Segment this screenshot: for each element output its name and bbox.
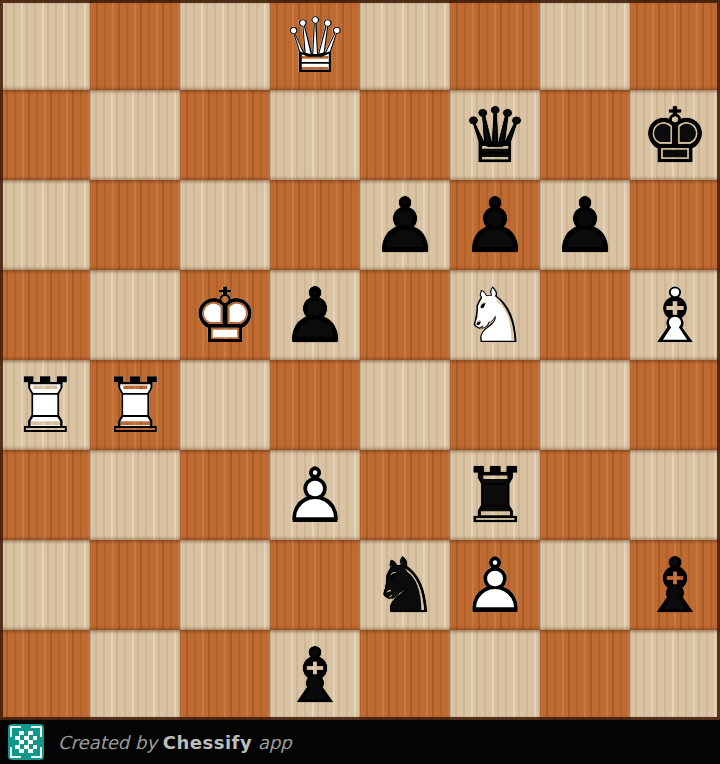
black-pawn-outline: ♙: [540, 180, 630, 270]
square-e8[interactable]: [360, 0, 450, 90]
square-f6[interactable]: ♟♙: [450, 180, 540, 270]
square-c7[interactable]: [180, 90, 270, 180]
square-f2[interactable]: ♟♙: [450, 540, 540, 630]
chess-board: ♛♕♛♕♚♔♟♙♟♙♟♙♚♔♟♙♞♘♝♗♜♖♜♖♟♙♜♖♞♘♟♙♝♗♝♗: [0, 0, 720, 720]
square-d8[interactable]: ♛♕: [270, 0, 360, 90]
square-g4[interactable]: [540, 360, 630, 450]
square-b5[interactable]: [90, 270, 180, 360]
square-d1[interactable]: ♝♗: [270, 630, 360, 720]
square-h8[interactable]: [630, 0, 720, 90]
white-rook-outline: ♖: [0, 360, 90, 450]
square-a6[interactable]: [0, 180, 90, 270]
square-g7[interactable]: [540, 90, 630, 180]
square-a3[interactable]: [0, 450, 90, 540]
square-a1[interactable]: [0, 630, 90, 720]
square-c5[interactable]: ♚♔: [180, 270, 270, 360]
black-knight-outline: ♘: [360, 540, 450, 630]
square-b7[interactable]: [90, 90, 180, 180]
square-h2[interactable]: ♝♗: [630, 540, 720, 630]
bracket-corner-icon: [10, 747, 21, 758]
square-c6[interactable]: [180, 180, 270, 270]
square-b1[interactable]: [90, 630, 180, 720]
brand-name: Chessify: [163, 732, 252, 753]
white-rook-outline: ♖: [90, 360, 180, 450]
white-pawn-outline: ♙: [270, 450, 360, 540]
black-queen-outline: ♕: [450, 90, 540, 180]
square-h5[interactable]: ♝♗: [630, 270, 720, 360]
white-pawn-outline: ♙: [450, 540, 540, 630]
square-d5[interactable]: ♟♙: [270, 270, 360, 360]
square-g3[interactable]: [540, 450, 630, 540]
white-bishop-outline: ♗: [630, 270, 720, 360]
square-b3[interactable]: [90, 450, 180, 540]
square-e6[interactable]: ♟♙: [360, 180, 450, 270]
square-g5[interactable]: [540, 270, 630, 360]
square-c3[interactable]: [180, 450, 270, 540]
square-b6[interactable]: [90, 180, 180, 270]
square-h4[interactable]: [630, 360, 720, 450]
square-c4[interactable]: [180, 360, 270, 450]
square-b2[interactable]: [90, 540, 180, 630]
black-rook-outline: ♖: [450, 450, 540, 540]
white-king-outline: ♔: [180, 270, 270, 360]
square-a5[interactable]: [0, 270, 90, 360]
square-d6[interactable]: [270, 180, 360, 270]
square-f3[interactable]: ♜♖: [450, 450, 540, 540]
white-knight-outline: ♘: [450, 270, 540, 360]
square-f8[interactable]: [450, 0, 540, 90]
app-label: app: [252, 732, 292, 753]
black-bishop-outline: ♗: [630, 540, 720, 630]
square-d3[interactable]: ♟♙: [270, 450, 360, 540]
square-e7[interactable]: [360, 90, 450, 180]
square-g8[interactable]: [540, 0, 630, 90]
black-pawn-outline: ♙: [450, 180, 540, 270]
bracket-corner-icon: [31, 747, 42, 758]
square-c2[interactable]: [180, 540, 270, 630]
square-c1[interactable]: [180, 630, 270, 720]
black-pawn-outline: ♙: [270, 270, 360, 360]
square-h1[interactable]: [630, 630, 720, 720]
square-e3[interactable]: [360, 450, 450, 540]
square-g1[interactable]: [540, 630, 630, 720]
square-d4[interactable]: [270, 360, 360, 450]
square-h6[interactable]: [630, 180, 720, 270]
square-b4[interactable]: ♜♖: [90, 360, 180, 450]
created-by-label: Created by: [58, 732, 163, 753]
square-d7[interactable]: [270, 90, 360, 180]
square-d2[interactable]: [270, 540, 360, 630]
square-b8[interactable]: [90, 0, 180, 90]
square-a4[interactable]: ♜♖: [0, 360, 90, 450]
black-pawn-outline: ♙: [360, 180, 450, 270]
square-e1[interactable]: [360, 630, 450, 720]
square-a8[interactable]: [0, 0, 90, 90]
black-bishop-outline: ♗: [270, 630, 360, 720]
white-queen-outline: ♕: [270, 0, 360, 90]
square-h7[interactable]: ♚♔: [630, 90, 720, 180]
square-c8[interactable]: [180, 0, 270, 90]
square-e5[interactable]: [360, 270, 450, 360]
bracket-corner-icon: [31, 726, 42, 737]
square-f7[interactable]: ♛♕: [450, 90, 540, 180]
square-g6[interactable]: ♟♙: [540, 180, 630, 270]
square-a7[interactable]: [0, 90, 90, 180]
square-e4[interactable]: [360, 360, 450, 450]
square-a2[interactable]: [0, 540, 90, 630]
square-e2[interactable]: ♞♘: [360, 540, 450, 630]
square-f1[interactable]: [450, 630, 540, 720]
square-f4[interactable]: [450, 360, 540, 450]
square-h3[interactable]: [630, 450, 720, 540]
footer-watermark-bar: Created by Chessify app: [0, 720, 720, 764]
bracket-corner-icon: [10, 726, 21, 737]
chessify-scan-icon: [8, 724, 44, 760]
square-f5[interactable]: ♞♘: [450, 270, 540, 360]
watermark-text: Created by Chessify app: [58, 732, 292, 753]
square-g2[interactable]: [540, 540, 630, 630]
black-king-outline: ♔: [630, 90, 720, 180]
